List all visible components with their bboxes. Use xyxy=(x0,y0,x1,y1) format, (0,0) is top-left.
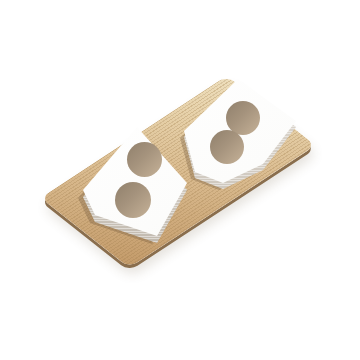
recess-floor xyxy=(230,105,256,131)
left-holder-face xyxy=(0,0,360,360)
recess-floor xyxy=(131,146,158,173)
recess-floor xyxy=(119,186,147,214)
wooden-board xyxy=(40,75,315,267)
left-holder-lower-recess xyxy=(115,182,151,218)
right-holder-lower-recess xyxy=(210,130,244,164)
left-holder-upper-recess xyxy=(127,142,162,177)
product-photo xyxy=(0,0,360,360)
recess-floor xyxy=(214,134,240,160)
